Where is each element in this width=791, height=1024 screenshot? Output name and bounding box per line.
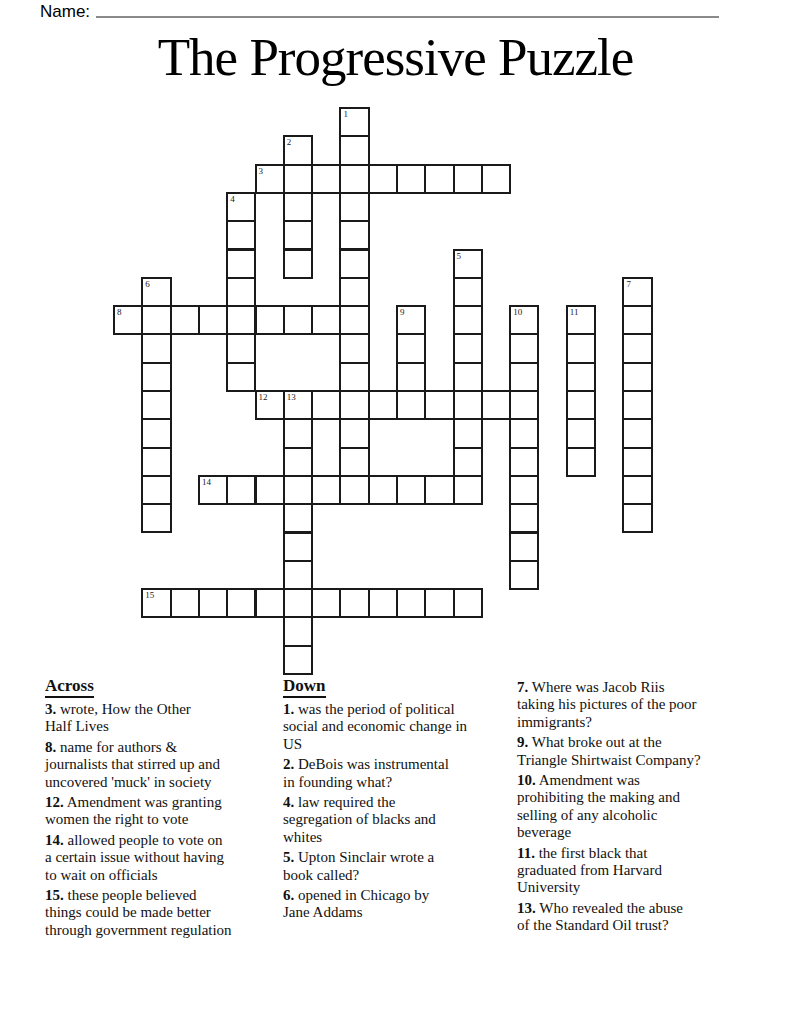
- grid-cell[interactable]: 4: [226, 192, 256, 222]
- clue-across-12: 12. Amendment was granting women the rig…: [45, 794, 277, 829]
- clue-text: Who revealed the abuse of the Standard O…: [517, 900, 683, 933]
- grid-cell[interactable]: [141, 503, 171, 533]
- cell-number: 5: [457, 251, 462, 262]
- grid-cell[interactable]: [368, 588, 398, 618]
- clue-down-4: 4. law required the segregation of black…: [283, 794, 508, 846]
- grid-cell[interactable]: [339, 249, 369, 279]
- grid-cell[interactable]: [339, 418, 369, 448]
- cell-number: 7: [626, 279, 631, 290]
- grid-cell[interactable]: [453, 164, 483, 194]
- grid-cell[interactable]: [622, 333, 652, 363]
- cell-number: 10: [513, 307, 522, 318]
- clue-number: 3.: [45, 701, 56, 717]
- clue-text: Upton Sinclair wrote a book called?: [283, 849, 434, 882]
- across-header: Across: [45, 676, 277, 695]
- grid-cell[interactable]: [255, 305, 285, 335]
- grid-cell[interactable]: [424, 588, 454, 618]
- clue-text: Amendment was prohibiting the making and…: [517, 772, 680, 840]
- grid-cell[interactable]: [453, 475, 483, 505]
- clue-text: name for authors & journalists that stir…: [45, 739, 220, 790]
- grid-cell[interactable]: [283, 220, 313, 250]
- grid-cell[interactable]: [622, 447, 652, 477]
- clue-text: wrote, How the Other Half Lives: [45, 701, 191, 734]
- grid-cell[interactable]: [339, 305, 369, 335]
- grid-cell[interactable]: [226, 333, 256, 363]
- grid-cell[interactable]: [170, 305, 200, 335]
- grid-cell[interactable]: [226, 588, 256, 618]
- grid-cell[interactable]: [509, 475, 539, 505]
- grid-cell[interactable]: 14: [198, 475, 228, 505]
- grid-cell[interactable]: [283, 560, 313, 590]
- grid-cell[interactable]: 9: [396, 305, 426, 335]
- grid-cell[interactable]: 2: [283, 135, 313, 165]
- grid-cell[interactable]: [283, 532, 313, 562]
- grid-cell[interactable]: [255, 588, 285, 618]
- grid-cell[interactable]: [311, 390, 341, 420]
- grid-cell[interactable]: [368, 164, 398, 194]
- clue-text: Where was Jacob Riis taking his pictures…: [517, 679, 697, 730]
- grid-cell[interactable]: [226, 220, 256, 250]
- clue-across-3: 3. wrote, How the Other Half Lives: [45, 701, 277, 736]
- grid-cell[interactable]: [566, 333, 596, 363]
- grid-cell[interactable]: [424, 164, 454, 194]
- clue-across-8: 8. name for authors & journalists that s…: [45, 739, 277, 791]
- grid-cell[interactable]: [283, 503, 313, 533]
- grid-cell[interactable]: [509, 333, 539, 363]
- grid-cell[interactable]: [509, 390, 539, 420]
- grid-cell[interactable]: [339, 164, 369, 194]
- grid-cell[interactable]: 6: [141, 277, 171, 307]
- grid-cell[interactable]: [396, 164, 426, 194]
- cell-number: 8: [117, 307, 122, 318]
- clue-number: 7.: [517, 679, 528, 695]
- grid-cell[interactable]: [170, 588, 200, 618]
- cell-number: 13: [287, 392, 296, 403]
- grid-cell[interactable]: [622, 418, 652, 448]
- grid-cell[interactable]: [283, 164, 313, 194]
- grid-cell[interactable]: [368, 475, 398, 505]
- cell-number: 9: [400, 307, 405, 318]
- grid-cell[interactable]: [424, 390, 454, 420]
- grid-cell[interactable]: [396, 390, 426, 420]
- grid-cell[interactable]: [283, 192, 313, 222]
- grid-cell[interactable]: 8: [113, 305, 143, 335]
- grid-cell[interactable]: [226, 362, 256, 392]
- clue-down-5: 5. Upton Sinclair wrote a book called?: [283, 849, 508, 884]
- clue-text: was the period of political social and e…: [283, 701, 467, 752]
- grid-cell[interactable]: [566, 447, 596, 477]
- grid-cell[interactable]: [453, 277, 483, 307]
- cell-number: 4: [230, 194, 235, 205]
- grid-cell[interactable]: [283, 616, 313, 646]
- grid-cell[interactable]: [311, 475, 341, 505]
- grid-cell[interactable]: [339, 362, 369, 392]
- grid-cell[interactable]: [396, 333, 426, 363]
- clue-down-6: 6. opened in Chicago by Jane Addams: [283, 887, 508, 922]
- clue-down-9: 9. What broke out at the Triangle Shirtw…: [517, 734, 777, 769]
- name-label: Name:: [40, 2, 90, 22]
- grid-cell[interactable]: [509, 362, 539, 392]
- grid-cell[interactable]: [453, 447, 483, 477]
- clue-number: 13.: [517, 900, 536, 916]
- grid-cell[interactable]: [622, 475, 652, 505]
- clue-text: the first black that graduated from Harv…: [517, 845, 662, 896]
- puzzle-title: The Progressive Puzzle: [0, 28, 791, 87]
- grid-cell[interactable]: 13: [283, 390, 313, 420]
- grid-cell[interactable]: [339, 192, 369, 222]
- clue-text: DeBois was instrumental in founding what…: [283, 756, 449, 789]
- grid-cell[interactable]: [566, 362, 596, 392]
- grid-cell[interactable]: [622, 503, 652, 533]
- grid-cell[interactable]: [453, 588, 483, 618]
- clue-text: these people believed things could be ma…: [45, 887, 232, 938]
- clue-number: 8.: [45, 739, 56, 755]
- grid-cell[interactable]: [339, 277, 369, 307]
- grid-cell[interactable]: 7: [622, 277, 652, 307]
- clue-down-11: 11. the first black that graduated from …: [517, 845, 777, 897]
- grid-cell[interactable]: [481, 390, 511, 420]
- grid-cell[interactable]: [481, 164, 511, 194]
- grid-cell[interactable]: [311, 588, 341, 618]
- grid-cell[interactable]: [141, 475, 171, 505]
- grid-cell[interactable]: [226, 277, 256, 307]
- clue-text: opened in Chicago by Jane Addams: [283, 887, 429, 920]
- grid-cell[interactable]: [509, 560, 539, 590]
- grid-cell[interactable]: [339, 447, 369, 477]
- grid-cell[interactable]: [198, 305, 228, 335]
- grid-cell[interactable]: 12: [255, 390, 285, 420]
- grid-cell[interactable]: [283, 475, 313, 505]
- grid-cell[interactable]: [509, 503, 539, 533]
- clue-number: 12.: [45, 794, 64, 810]
- across-clues-column: Across 3. wrote, How the Other Half Live…: [45, 676, 277, 942]
- clue-number: 4.: [283, 794, 294, 810]
- clue-across-14: 14. allowed people to vote on a certain …: [45, 832, 277, 884]
- clue-text: law required the segregation of blacks a…: [283, 794, 436, 845]
- clue-down-1: 1. was the period of political social an…: [283, 701, 508, 753]
- grid-cell[interactable]: [368, 390, 398, 420]
- grid-cell[interactable]: [622, 305, 652, 335]
- grid-cell[interactable]: [283, 249, 313, 279]
- grid-cell[interactable]: [255, 475, 285, 505]
- down-clues-column-2: 7. Where was Jacob Riis taking his pictu…: [517, 679, 777, 938]
- grid-cell[interactable]: [283, 305, 313, 335]
- grid-cell[interactable]: [198, 588, 228, 618]
- name-input-line[interactable]: [96, 16, 719, 18]
- grid-cell[interactable]: [339, 220, 369, 250]
- grid-cell[interactable]: [283, 588, 313, 618]
- grid-cell[interactable]: [396, 588, 426, 618]
- grid-cell[interactable]: [339, 333, 369, 363]
- cell-number: 2: [287, 137, 292, 148]
- grid-cell[interactable]: 10: [509, 305, 539, 335]
- grid-cell[interactable]: [283, 447, 313, 477]
- cell-number: 3: [259, 166, 264, 177]
- grid-cell[interactable]: [424, 475, 454, 505]
- clue-number: 15.: [45, 887, 64, 903]
- clue-down-13: 13. Who revealed the abuse of the Standa…: [517, 900, 777, 935]
- clue-down-10: 10. Amendment was prohibiting the making…: [517, 772, 777, 842]
- grid-cell[interactable]: [141, 362, 171, 392]
- grid-cell[interactable]: [339, 475, 369, 505]
- cell-number: 11: [570, 307, 579, 318]
- clue-text: allowed people to vote on a certain issu…: [45, 832, 224, 883]
- grid-cell[interactable]: [141, 418, 171, 448]
- clue-number: 6.: [283, 887, 294, 903]
- clue-number: 14.: [45, 832, 64, 848]
- grid-cell[interactable]: [226, 475, 256, 505]
- clue-text: Amendment was granting women the right t…: [45, 794, 222, 827]
- grid-cell[interactable]: [141, 390, 171, 420]
- clue-number: 10.: [517, 772, 536, 788]
- grid-cell[interactable]: [311, 305, 341, 335]
- grid-cell[interactable]: [141, 305, 171, 335]
- clue-number: 11.: [517, 845, 535, 861]
- grid-cell[interactable]: 15: [141, 588, 171, 618]
- grid-cell[interactable]: [622, 390, 652, 420]
- cell-number: 12: [259, 392, 268, 403]
- grid-cell[interactable]: 11: [566, 305, 596, 335]
- cell-number: 1: [343, 109, 348, 120]
- grid-cell[interactable]: [283, 645, 313, 675]
- clue-down-7: 7. Where was Jacob Riis taking his pictu…: [517, 679, 777, 731]
- cell-number: 6: [145, 279, 150, 290]
- clue-number: 2.: [283, 756, 294, 772]
- grid-cell[interactable]: [622, 362, 652, 392]
- crossword-grid: 123456789101112131415: [113, 107, 653, 675]
- grid-cell[interactable]: [566, 390, 596, 420]
- grid-cell[interactable]: 5: [453, 249, 483, 279]
- grid-cell[interactable]: [509, 418, 539, 448]
- clue-number: 5.: [283, 849, 294, 865]
- grid-cell[interactable]: [453, 333, 483, 363]
- grid-cell[interactable]: [226, 305, 256, 335]
- clue-number: 9.: [517, 734, 528, 750]
- grid-cell[interactable]: [141, 447, 171, 477]
- clue-down-2: 2. DeBois was instrumental in founding w…: [283, 756, 508, 791]
- grid-cell[interactable]: [453, 390, 483, 420]
- grid-cell[interactable]: [509, 447, 539, 477]
- clue-number: 1.: [283, 701, 294, 717]
- grid-cell[interactable]: 3: [255, 164, 285, 194]
- grid-cell[interactable]: [339, 390, 369, 420]
- grid-cell[interactable]: [453, 305, 483, 335]
- grid-cell[interactable]: [226, 249, 256, 279]
- cell-number: 14: [202, 477, 211, 488]
- grid-cell[interactable]: [339, 588, 369, 618]
- grid-cell[interactable]: [141, 333, 171, 363]
- worksheet-page: Name: The Progressive Puzzle 12345678910…: [0, 0, 791, 1024]
- clue-across-15: 15. these people believed things could b…: [45, 887, 277, 939]
- grid-cell[interactable]: [509, 532, 539, 562]
- clue-text: What broke out at the Triangle Shirtwais…: [517, 734, 701, 767]
- grid-cell[interactable]: [453, 418, 483, 448]
- grid-cell[interactable]: [283, 418, 313, 448]
- grid-cell[interactable]: [396, 475, 426, 505]
- grid-cell[interactable]: 1: [339, 107, 369, 137]
- grid-cell[interactable]: [453, 362, 483, 392]
- grid-cell[interactable]: [566, 418, 596, 448]
- down-clues-column-1: Down 1. was the period of political soci…: [283, 676, 508, 925]
- grid-cell[interactable]: [396, 362, 426, 392]
- down-header: Down: [283, 676, 508, 695]
- cell-number: 15: [145, 590, 154, 601]
- grid-cell[interactable]: [311, 164, 341, 194]
- grid-cell[interactable]: [339, 135, 369, 165]
